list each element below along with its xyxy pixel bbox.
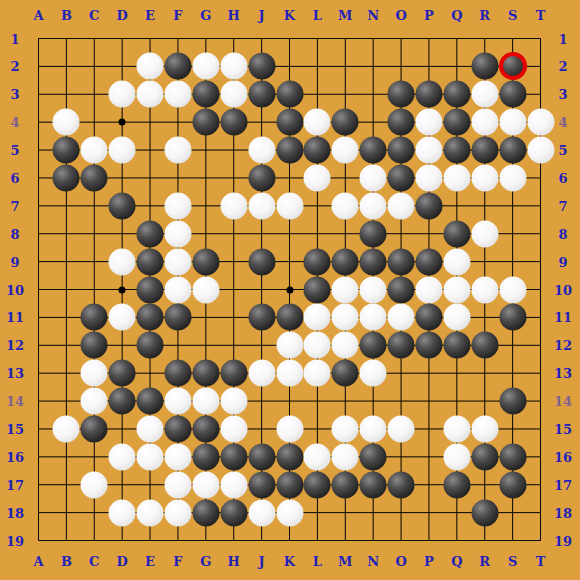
stone-black <box>81 415 108 442</box>
stone-white <box>304 443 331 470</box>
stone-white <box>220 415 247 442</box>
stone-white <box>388 415 415 442</box>
stone-black <box>192 81 219 108</box>
coord-label-right: 10 <box>554 283 572 296</box>
stone-black <box>220 109 247 136</box>
stone-white <box>415 137 442 164</box>
stone-black <box>388 109 415 136</box>
coord-label-left: 1 <box>10 32 19 45</box>
stone-black <box>248 81 275 108</box>
stone-black <box>53 137 80 164</box>
stone-black <box>471 499 498 526</box>
stone-black <box>304 137 331 164</box>
stone-black <box>276 471 303 498</box>
stone-white <box>220 192 247 219</box>
coord-label-bottom: M <box>338 555 352 568</box>
stone-black <box>388 276 415 303</box>
stone-white <box>415 164 442 191</box>
star-point <box>119 119 126 126</box>
coord-label-top: S <box>508 9 517 22</box>
coord-label-bottom: C <box>89 555 99 568</box>
last-move-marker <box>499 52 527 80</box>
stone-black <box>471 137 498 164</box>
coord-label-left: 7 <box>10 199 19 212</box>
coord-label-left: 10 <box>6 283 24 296</box>
stone-white <box>276 332 303 359</box>
coord-label-top: R <box>479 9 490 22</box>
stone-black <box>53 164 80 191</box>
stone-black <box>248 53 275 80</box>
coord-label-top: J <box>259 9 265 22</box>
stone-white <box>109 443 136 470</box>
coord-label-left: 2 <box>10 60 19 73</box>
stone-white <box>192 53 219 80</box>
stone-black <box>360 248 387 275</box>
stone-black <box>360 332 387 359</box>
stone-white <box>443 164 470 191</box>
stone-white <box>332 192 359 219</box>
stone-white <box>471 220 498 247</box>
stone-white <box>499 276 526 303</box>
stone-white <box>527 109 554 136</box>
coord-label-bottom: O <box>395 555 406 568</box>
stone-white <box>164 220 191 247</box>
stone-white <box>304 304 331 331</box>
stone-white <box>276 360 303 387</box>
stone-white <box>443 304 470 331</box>
stone-white <box>276 192 303 219</box>
stone-black <box>81 304 108 331</box>
coord-label-left: 15 <box>6 422 24 435</box>
stone-white <box>415 276 442 303</box>
coord-label-right: 9 <box>558 255 567 268</box>
stone-white <box>109 81 136 108</box>
stone-black <box>137 332 164 359</box>
stone-white <box>164 499 191 526</box>
coord-label-top: E <box>145 9 155 22</box>
coord-label-left: 13 <box>6 367 24 380</box>
stone-black <box>192 109 219 136</box>
stone-black <box>276 137 303 164</box>
coord-label-top: P <box>424 9 434 22</box>
coord-label-right: 19 <box>554 534 572 547</box>
coord-label-left: 5 <box>10 144 19 157</box>
stone-black <box>304 276 331 303</box>
coord-label-right: 17 <box>554 478 572 491</box>
stone-black <box>304 471 331 498</box>
coord-label-right: 1 <box>558 32 567 45</box>
coord-label-left: 6 <box>10 171 19 184</box>
coord-label-bottom: G <box>200 555 211 568</box>
stone-white <box>527 137 554 164</box>
stone-white <box>360 192 387 219</box>
coord-label-bottom: E <box>145 555 155 568</box>
stone-black <box>443 220 470 247</box>
coord-label-right: 7 <box>558 199 567 212</box>
stone-white <box>164 276 191 303</box>
coord-label-top: N <box>367 9 379 22</box>
stone-black <box>332 248 359 275</box>
coord-label-left: 12 <box>6 339 24 352</box>
stone-black <box>248 304 275 331</box>
coord-label-bottom: K <box>284 555 295 568</box>
stone-white <box>164 192 191 219</box>
coord-label-bottom: H <box>228 555 240 568</box>
stone-black <box>276 304 303 331</box>
coord-label-top: G <box>200 9 211 22</box>
goban[interactable]: AABBCCDDEEFFGGHHJJKKLLMMNNOOPPQQRRSSTT11… <box>0 0 580 580</box>
stone-black <box>81 332 108 359</box>
stone-black <box>220 443 247 470</box>
coord-label-top: T <box>536 9 546 22</box>
coord-label-right: 5 <box>558 144 567 157</box>
stone-white <box>137 499 164 526</box>
coord-label-bottom: L <box>313 555 322 568</box>
stone-black <box>192 360 219 387</box>
stone-black <box>388 137 415 164</box>
stone-black <box>415 81 442 108</box>
stone-white <box>164 471 191 498</box>
stone-black <box>415 192 442 219</box>
coord-label-bottom: F <box>173 555 182 568</box>
stone-black <box>137 276 164 303</box>
stone-black <box>360 137 387 164</box>
stone-white <box>360 276 387 303</box>
coord-label-bottom: B <box>61 555 72 568</box>
stone-white <box>164 248 191 275</box>
stone-black <box>137 304 164 331</box>
stone-black <box>137 388 164 415</box>
stone-black <box>109 388 136 415</box>
stone-black <box>415 332 442 359</box>
stone-black <box>276 109 303 136</box>
coord-label-bottom: D <box>117 555 128 568</box>
stone-white <box>304 360 331 387</box>
stone-black <box>471 53 498 80</box>
stone-white <box>332 443 359 470</box>
coord-label-top: F <box>173 9 182 22</box>
stone-white <box>109 304 136 331</box>
coord-label-top: M <box>338 9 352 22</box>
coord-label-right: 11 <box>554 311 572 324</box>
coord-label-left: 11 <box>6 311 24 324</box>
stone-white <box>471 276 498 303</box>
stone-black <box>192 443 219 470</box>
stone-black <box>276 443 303 470</box>
stone-white <box>499 164 526 191</box>
coord-label-top: K <box>284 9 295 22</box>
stone-white <box>248 192 275 219</box>
stone-black <box>443 81 470 108</box>
stone-white <box>332 276 359 303</box>
coord-label-bottom: A <box>33 555 43 568</box>
coord-label-right: 12 <box>554 339 572 352</box>
coord-label-left: 3 <box>10 88 19 101</box>
stone-black <box>388 332 415 359</box>
stone-white <box>81 388 108 415</box>
coord-label-right: 13 <box>554 367 572 380</box>
coord-label-top: A <box>33 9 43 22</box>
stone-white <box>304 164 331 191</box>
stone-white <box>304 332 331 359</box>
stone-white <box>332 415 359 442</box>
coord-label-right: 8 <box>558 227 567 240</box>
stone-black <box>499 304 526 331</box>
stone-white <box>443 415 470 442</box>
stone-white <box>499 109 526 136</box>
stone-black <box>499 388 526 415</box>
stone-white <box>471 415 498 442</box>
stone-black <box>360 220 387 247</box>
stone-black <box>304 248 331 275</box>
stone-black <box>137 248 164 275</box>
coord-label-right: 18 <box>554 506 572 519</box>
coord-label-left: 4 <box>10 116 19 129</box>
stone-white <box>276 415 303 442</box>
stone-white <box>109 499 136 526</box>
coord-label-right: 6 <box>558 171 567 184</box>
stone-black <box>499 81 526 108</box>
stone-white <box>332 137 359 164</box>
coord-label-top: D <box>117 9 128 22</box>
coord-label-top: Q <box>451 9 462 22</box>
stone-black <box>164 415 191 442</box>
coord-label-bottom: S <box>508 555 517 568</box>
stone-black <box>443 471 470 498</box>
coord-label-right: 14 <box>554 395 572 408</box>
stone-white <box>81 360 108 387</box>
stone-white <box>471 109 498 136</box>
stone-white <box>276 499 303 526</box>
stone-black <box>499 137 526 164</box>
stone-white <box>81 471 108 498</box>
star-point <box>286 286 293 293</box>
stone-white <box>471 164 498 191</box>
coord-label-top: L <box>313 9 322 22</box>
stone-black <box>164 53 191 80</box>
stone-white <box>220 81 247 108</box>
stone-white <box>360 360 387 387</box>
coord-label-top: C <box>89 9 99 22</box>
stone-white <box>220 388 247 415</box>
stone-black <box>248 443 275 470</box>
stone-white <box>53 415 80 442</box>
stone-black <box>388 164 415 191</box>
stone-black <box>443 109 470 136</box>
stone-white <box>137 443 164 470</box>
coord-label-left: 14 <box>6 395 24 408</box>
coord-label-right: 2 <box>558 60 567 73</box>
stone-black <box>499 471 526 498</box>
stone-white <box>192 471 219 498</box>
stone-black <box>248 471 275 498</box>
stone-white <box>360 164 387 191</box>
stone-black <box>415 248 442 275</box>
stone-black <box>248 248 275 275</box>
stone-black <box>388 471 415 498</box>
stone-white <box>304 109 331 136</box>
stone-white <box>388 304 415 331</box>
stone-white <box>220 53 247 80</box>
coord-label-right: 16 <box>554 450 572 463</box>
stone-black <box>164 360 191 387</box>
stone-white <box>332 332 359 359</box>
stone-white <box>360 304 387 331</box>
coord-label-left: 17 <box>6 478 24 491</box>
stone-black <box>192 415 219 442</box>
stone-black <box>360 471 387 498</box>
stone-black <box>332 471 359 498</box>
stone-white <box>248 499 275 526</box>
stone-white <box>164 388 191 415</box>
stone-white <box>109 248 136 275</box>
stone-white <box>220 471 247 498</box>
coord-label-bottom: R <box>479 555 490 568</box>
stone-black <box>388 248 415 275</box>
coord-label-top: B <box>61 9 72 22</box>
coord-label-top: H <box>228 9 240 22</box>
stone-black <box>220 360 247 387</box>
stone-white <box>248 360 275 387</box>
stone-black <box>276 81 303 108</box>
stone-black <box>499 443 526 470</box>
coord-label-left: 8 <box>10 227 19 240</box>
stone-white <box>137 415 164 442</box>
stone-black <box>109 360 136 387</box>
stone-white <box>53 109 80 136</box>
stone-black <box>164 304 191 331</box>
coord-label-bottom: Q <box>451 555 462 568</box>
stone-white <box>388 192 415 219</box>
stone-white <box>137 81 164 108</box>
stone-white <box>443 276 470 303</box>
stone-black <box>471 443 498 470</box>
stone-black <box>137 220 164 247</box>
stone-white <box>109 137 136 164</box>
coord-label-left: 16 <box>6 450 24 463</box>
stone-white <box>415 109 442 136</box>
stone-white <box>443 443 470 470</box>
stone-black <box>415 304 442 331</box>
coord-label-bottom: J <box>259 555 265 568</box>
stone-white <box>360 415 387 442</box>
stone-black <box>471 332 498 359</box>
stone-white <box>192 276 219 303</box>
stone-black <box>388 81 415 108</box>
coord-label-right: 4 <box>558 116 567 129</box>
stone-white <box>192 388 219 415</box>
coord-label-bottom: T <box>536 555 546 568</box>
stone-white <box>164 137 191 164</box>
coord-label-top: O <box>395 9 406 22</box>
stone-black <box>443 137 470 164</box>
stone-black <box>192 499 219 526</box>
coord-label-right: 15 <box>554 422 572 435</box>
coord-label-right: 3 <box>558 88 567 101</box>
stone-black <box>332 109 359 136</box>
stone-black <box>192 248 219 275</box>
stone-white <box>137 53 164 80</box>
stone-black <box>443 332 470 359</box>
coord-label-left: 18 <box>6 506 24 519</box>
stone-white <box>81 137 108 164</box>
stone-white <box>248 137 275 164</box>
stone-black <box>332 360 359 387</box>
stone-black <box>81 164 108 191</box>
stone-white <box>164 81 191 108</box>
stone-black <box>109 192 136 219</box>
stone-white <box>471 81 498 108</box>
stone-black <box>360 443 387 470</box>
star-point <box>119 286 126 293</box>
stone-black <box>220 499 247 526</box>
coord-label-left: 19 <box>6 534 24 547</box>
stone-white <box>164 443 191 470</box>
stone-white <box>332 304 359 331</box>
coord-label-left: 9 <box>10 255 19 268</box>
stone-black <box>248 164 275 191</box>
stone-white <box>443 248 470 275</box>
coord-label-bottom: N <box>367 555 379 568</box>
coord-label-bottom: P <box>424 555 434 568</box>
